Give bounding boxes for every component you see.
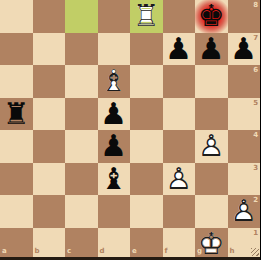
square-h4[interactable]: 4 xyxy=(228,130,261,163)
black-piece-glyph: ♜ xyxy=(0,98,33,131)
square-c3[interactable] xyxy=(65,163,98,196)
square-d2[interactable] xyxy=(98,195,131,228)
white-bishop[interactable]: ♝♗ xyxy=(98,65,131,98)
rank-label-5: 5 xyxy=(253,100,258,107)
file-label-h: h xyxy=(230,248,235,255)
square-b1[interactable]: b xyxy=(33,228,66,260)
square-b6[interactable] xyxy=(33,65,66,98)
resize-handle[interactable] xyxy=(251,248,259,256)
square-h3[interactable]: 3 xyxy=(228,163,261,196)
file-label-d: d xyxy=(100,248,105,255)
square-e3[interactable] xyxy=(130,163,163,196)
square-f5[interactable] xyxy=(163,98,196,131)
white-pawn[interactable]: ♟♙ xyxy=(228,195,261,228)
square-e6[interactable] xyxy=(130,65,163,98)
square-g7[interactable]: ♟ xyxy=(195,33,228,66)
black-rook[interactable]: ♜ xyxy=(0,98,33,131)
black-piece-glyph: ♟ xyxy=(98,130,131,163)
black-piece-glyph: ♟ xyxy=(163,33,196,66)
file-label-c: c xyxy=(67,248,71,255)
square-h5[interactable]: 5 xyxy=(228,98,261,131)
white-piece-outline: ♙ xyxy=(195,130,228,163)
black-king[interactable]: ♚ xyxy=(195,0,228,33)
file-label-a: a xyxy=(2,248,7,255)
white-piece-outline: ♖ xyxy=(130,0,163,33)
black-piece-glyph: ♟ xyxy=(98,98,131,131)
square-g2[interactable] xyxy=(195,195,228,228)
square-b5[interactable] xyxy=(33,98,66,131)
white-king[interactable]: ♚♔ xyxy=(195,228,228,260)
black-bishop[interactable]: ♝ xyxy=(98,163,131,196)
square-e1[interactable]: e xyxy=(130,228,163,260)
black-pawn[interactable]: ♟ xyxy=(98,130,131,163)
rank-label-1: 1 xyxy=(253,230,258,237)
square-h7[interactable]: 7♟ xyxy=(228,33,261,66)
square-b4[interactable] xyxy=(33,130,66,163)
square-g8[interactable]: ♚ xyxy=(195,0,228,33)
square-f6[interactable] xyxy=(163,65,196,98)
square-d8[interactable] xyxy=(98,0,131,33)
white-pawn[interactable]: ♟♙ xyxy=(163,163,196,196)
black-piece-glyph: ♝ xyxy=(98,163,131,196)
square-c7[interactable] xyxy=(65,33,98,66)
black-pawn[interactable]: ♟ xyxy=(228,33,261,66)
white-pawn[interactable]: ♟♙ xyxy=(195,130,228,163)
square-g5[interactable] xyxy=(195,98,228,131)
rank-label-4: 4 xyxy=(253,132,258,139)
white-rook[interactable]: ♜♖ xyxy=(130,0,163,33)
square-b7[interactable] xyxy=(33,33,66,66)
square-a4[interactable] xyxy=(0,130,33,163)
file-label-f: f xyxy=(165,248,168,255)
square-f1[interactable]: f xyxy=(163,228,196,260)
square-c2[interactable] xyxy=(65,195,98,228)
rank-label-8: 8 xyxy=(253,2,258,9)
square-c8[interactable] xyxy=(65,0,98,33)
chess-board: ♜♖♚8♟♟7♟♝♗6♜♟5♟♟♙4♝♟♙32♟♙abcdefg♚♔1h xyxy=(0,0,260,260)
square-f4[interactable] xyxy=(163,130,196,163)
square-c6[interactable] xyxy=(65,65,98,98)
square-a2[interactable] xyxy=(0,195,33,228)
square-d1[interactable]: d xyxy=(98,228,131,260)
square-a5[interactable]: ♜ xyxy=(0,98,33,131)
white-piece-outline: ♔ xyxy=(195,228,228,260)
black-pawn[interactable]: ♟ xyxy=(98,98,131,131)
black-pawn[interactable]: ♟ xyxy=(163,33,196,66)
square-e4[interactable] xyxy=(130,130,163,163)
white-piece-outline: ♙ xyxy=(228,195,261,228)
square-a8[interactable] xyxy=(0,0,33,33)
square-d4[interactable]: ♟ xyxy=(98,130,131,163)
square-h6[interactable]: 6 xyxy=(228,65,261,98)
file-label-e: e xyxy=(132,248,137,255)
square-f2[interactable] xyxy=(163,195,196,228)
square-b3[interactable] xyxy=(33,163,66,196)
white-piece-outline: ♙ xyxy=(163,163,196,196)
white-piece-outline: ♗ xyxy=(98,65,131,98)
square-d5[interactable]: ♟ xyxy=(98,98,131,131)
square-g3[interactable] xyxy=(195,163,228,196)
square-e2[interactable] xyxy=(130,195,163,228)
black-piece-glyph: ♟ xyxy=(228,33,261,66)
black-piece-glyph: ♚ xyxy=(195,0,228,33)
square-e5[interactable] xyxy=(130,98,163,131)
square-a3[interactable] xyxy=(0,163,33,196)
square-a1[interactable]: a xyxy=(0,228,33,260)
square-f8[interactable] xyxy=(163,0,196,33)
square-e7[interactable] xyxy=(130,33,163,66)
square-c5[interactable] xyxy=(65,98,98,131)
rank-label-3: 3 xyxy=(253,165,258,172)
square-g4[interactable]: ♟♙ xyxy=(195,130,228,163)
square-g1[interactable]: g♚♔ xyxy=(195,228,228,260)
square-d7[interactable] xyxy=(98,33,131,66)
file-label-b: b xyxy=(35,248,40,255)
square-d3[interactable]: ♝ xyxy=(98,163,131,196)
square-b2[interactable] xyxy=(33,195,66,228)
square-h2[interactable]: 2♟♙ xyxy=(228,195,261,228)
square-d6[interactable]: ♝♗ xyxy=(98,65,131,98)
square-b8[interactable] xyxy=(33,0,66,33)
black-piece-glyph: ♟ xyxy=(195,33,228,66)
black-pawn[interactable]: ♟ xyxy=(195,33,228,66)
square-a7[interactable] xyxy=(0,33,33,66)
chess-board-screenshot: ♜♖♚8♟♟7♟♝♗6♜♟5♟♟♙4♝♟♙32♟♙abcdefg♚♔1h xyxy=(0,0,260,260)
square-c4[interactable] xyxy=(65,130,98,163)
square-f3[interactable]: ♟♙ xyxy=(163,163,196,196)
square-f7[interactable]: ♟ xyxy=(163,33,196,66)
square-c1[interactable]: c xyxy=(65,228,98,260)
square-e8[interactable]: ♜♖ xyxy=(130,0,163,33)
square-a6[interactable] xyxy=(0,65,33,98)
square-h8[interactable]: 8 xyxy=(228,0,261,33)
square-g6[interactable] xyxy=(195,65,228,98)
rank-label-6: 6 xyxy=(253,67,258,74)
